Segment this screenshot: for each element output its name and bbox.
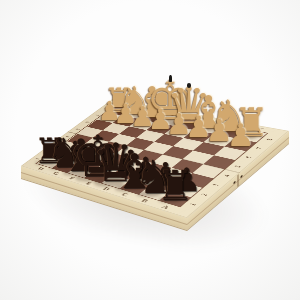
piece-dark-rook: ♜	[154, 165, 196, 207]
chess-set-photo: HGFEDCBA HGFEDCBA 87654321 87654321 ♜♞♝♚…	[0, 0, 300, 300]
pieces-layer: ♜♞♝♚♛♝♞♜♟♟♟♟♟♟♟♟♟♟♟♟♟♟♟♟♜♞♝♚♛♝♞♜	[0, 0, 300, 300]
king-dark-finial	[169, 75, 172, 81]
queen-dark-finial	[187, 83, 192, 88]
piece-light-pawn: ♟	[225, 120, 256, 151]
